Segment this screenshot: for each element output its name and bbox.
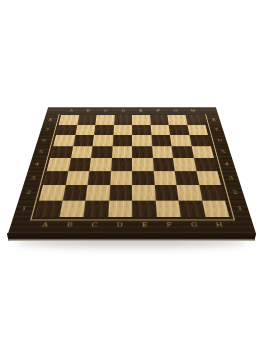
square-h4[interactable]	[193, 158, 217, 171]
file-label: C	[81, 222, 106, 228]
square-g1[interactable]	[178, 200, 205, 217]
rank-label: 2	[232, 190, 238, 195]
square-a6[interactable]	[53, 135, 75, 146]
square-f7[interactable]	[150, 125, 170, 135]
square-a4[interactable]	[46, 158, 70, 171]
square-a1[interactable]	[34, 200, 62, 217]
square-c1[interactable]	[83, 200, 108, 217]
square-b5[interactable]	[70, 146, 92, 158]
square-g3[interactable]	[174, 171, 198, 185]
file-label: D	[114, 109, 132, 112]
square-a7[interactable]	[55, 125, 76, 135]
square-f8[interactable]	[149, 115, 168, 125]
square-c4[interactable]	[89, 158, 111, 171]
rank-label: 4	[34, 162, 39, 166]
square-h2[interactable]	[198, 185, 224, 200]
square-b2[interactable]	[62, 185, 87, 200]
square-g4[interactable]	[173, 158, 196, 171]
square-f3[interactable]	[153, 171, 176, 185]
board-front-edge	[7, 233, 256, 242]
square-a5[interactable]	[50, 146, 73, 158]
rank-label: 8	[47, 118, 52, 121]
square-d7[interactable]	[112, 125, 131, 135]
file-label: E	[132, 109, 150, 112]
file-label: B	[56, 222, 82, 228]
file-label: C	[96, 109, 114, 112]
rank-label: 3	[30, 176, 36, 180]
square-f4[interactable]	[152, 158, 174, 171]
file-label: H	[184, 109, 202, 112]
square-c8[interactable]	[95, 115, 114, 125]
square-b8[interactable]	[77, 115, 97, 125]
rank-label: 2	[25, 190, 31, 195]
rank-label: 7	[214, 128, 219, 131]
rank-label: 7	[44, 128, 49, 131]
rank-label: 6	[217, 139, 222, 143]
square-d8[interactable]	[113, 115, 131, 125]
square-f1[interactable]	[155, 200, 180, 217]
square-h7[interactable]	[186, 125, 207, 135]
square-d1[interactable]	[107, 200, 131, 217]
square-e4[interactable]	[132, 158, 153, 171]
square-g5[interactable]	[171, 146, 193, 158]
rank-label: 4	[224, 162, 229, 166]
square-e3[interactable]	[132, 171, 154, 185]
square-e8[interactable]	[132, 115, 150, 125]
square-c5[interactable]	[91, 146, 112, 158]
file-label: A	[31, 222, 57, 228]
file-label: E	[132, 222, 157, 228]
file-label: B	[79, 109, 97, 112]
square-c7[interactable]	[93, 125, 113, 135]
square-d5[interactable]	[111, 146, 132, 158]
square-b6[interactable]	[72, 135, 93, 146]
square-d6[interactable]	[112, 135, 132, 146]
rank-label: 1	[236, 206, 242, 211]
square-b3[interactable]	[65, 171, 89, 185]
rank-label: 8	[211, 118, 216, 121]
file-label: G	[166, 109, 184, 112]
square-f5[interactable]	[151, 146, 172, 158]
file-label: F	[156, 222, 181, 228]
rank-label: 5	[220, 150, 225, 154]
square-h3[interactable]	[196, 171, 221, 185]
square-a8[interactable]	[58, 115, 78, 125]
square-c2[interactable]	[85, 185, 109, 200]
square-g6[interactable]	[170, 135, 191, 146]
rank-label: 3	[227, 176, 233, 180]
square-e5[interactable]	[132, 146, 153, 158]
file-label: H	[206, 222, 232, 228]
file-label: G	[181, 222, 207, 228]
file-labels-top: ABCDEFGH	[61, 109, 202, 113]
square-e1[interactable]	[132, 200, 156, 217]
square-h5[interactable]	[191, 146, 214, 158]
square-e6[interactable]	[132, 135, 152, 146]
square-g8[interactable]	[167, 115, 187, 125]
board-grid	[34, 115, 229, 217]
square-f2[interactable]	[154, 185, 178, 200]
file-label: D	[106, 222, 131, 228]
square-h6[interactable]	[189, 135, 211, 146]
file-labels-bottom: ABCDEFGH	[31, 221, 232, 230]
file-label: F	[149, 109, 167, 112]
chess-board[interactable]: ABCDEFGH ABCDEFGH 87654321 87654321	[8, 107, 256, 233]
square-a2[interactable]	[39, 185, 65, 200]
square-b7[interactable]	[74, 125, 94, 135]
square-e2[interactable]	[132, 185, 155, 200]
rank-label: 5	[38, 150, 43, 154]
square-d4[interactable]	[110, 158, 131, 171]
file-label: A	[61, 109, 79, 112]
square-c3[interactable]	[87, 171, 110, 185]
square-e7[interactable]	[132, 125, 151, 135]
square-g2[interactable]	[176, 185, 201, 200]
square-d3[interactable]	[109, 171, 131, 185]
square-d2[interactable]	[108, 185, 131, 200]
square-h8[interactable]	[185, 115, 205, 125]
square-h1[interactable]	[201, 200, 229, 217]
square-b4[interactable]	[67, 158, 90, 171]
square-a3[interactable]	[42, 171, 67, 185]
rank-label: 1	[20, 206, 26, 211]
square-c6[interactable]	[92, 135, 112, 146]
square-g7[interactable]	[168, 125, 188, 135]
square-f6[interactable]	[151, 135, 171, 146]
rank-label: 6	[41, 139, 46, 143]
photo-background: ABCDEFGH ABCDEFGH 87654321 87654321	[0, 0, 263, 350]
square-b1[interactable]	[58, 200, 85, 217]
